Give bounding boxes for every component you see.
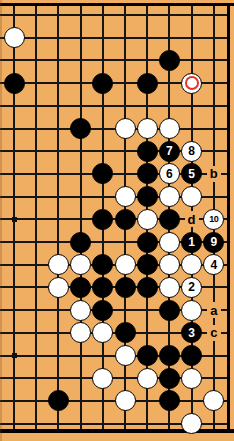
white-stone — [159, 254, 180, 275]
white-stone — [203, 390, 224, 411]
move-number-3: 3 — [188, 327, 195, 339]
black-stone — [137, 232, 158, 253]
white-stone — [92, 368, 113, 389]
white-stone — [137, 118, 158, 139]
move-number-8: 8 — [188, 145, 195, 157]
black-stone — [48, 390, 69, 411]
board-edge-right — [227, 3, 230, 433]
move-number-2: 2 — [188, 281, 195, 293]
black-stone — [137, 163, 158, 184]
move-number-5: 5 — [188, 168, 195, 180]
black-stone — [92, 73, 113, 94]
white-stone — [159, 118, 180, 139]
white-stone — [115, 186, 136, 207]
black-stone — [159, 368, 180, 389]
black-stone: 9 — [203, 232, 224, 253]
black-stone — [92, 163, 113, 184]
move-number-7: 7 — [166, 145, 173, 157]
black-stone — [159, 390, 180, 411]
black-stone — [137, 254, 158, 275]
black-stone — [159, 345, 180, 366]
black-stone: 3 — [181, 322, 202, 343]
white-stone — [159, 232, 180, 253]
board-letter-b: b — [207, 166, 221, 182]
black-stone — [159, 209, 180, 230]
white-stone — [159, 277, 180, 298]
move-number-6: 6 — [166, 168, 173, 180]
black-stone — [137, 277, 158, 298]
black-stone: 1 — [181, 232, 202, 253]
white-stone: 8 — [181, 141, 202, 162]
board-cut-left-shade — [0, 0, 2, 441]
black-stone — [159, 50, 180, 71]
white-stone — [115, 254, 136, 275]
move-number-4: 4 — [210, 259, 217, 271]
black-stone — [92, 209, 113, 230]
black-stone — [92, 254, 113, 275]
black-stone — [115, 322, 136, 343]
white-stone — [115, 390, 136, 411]
white-stone — [115, 345, 136, 366]
black-stone — [115, 209, 136, 230]
star-point — [12, 353, 17, 358]
move-number-1: 1 — [188, 236, 195, 248]
black-stone — [137, 186, 158, 207]
white-stone — [48, 254, 69, 275]
black-stone: 5 — [181, 163, 202, 184]
white-stone — [70, 322, 91, 343]
black-stone — [159, 300, 180, 321]
white-stone — [181, 368, 202, 389]
white-stone — [70, 254, 91, 275]
black-stone — [137, 141, 158, 162]
black-stone — [137, 73, 158, 94]
black-stone — [92, 300, 113, 321]
white-stone — [48, 277, 69, 298]
white-stone — [181, 300, 202, 321]
white-stone — [159, 186, 180, 207]
star-point — [12, 217, 17, 222]
white-stone — [137, 209, 158, 230]
white-stone — [181, 186, 202, 207]
black-stone — [70, 277, 91, 298]
white-stone: 6 — [159, 163, 180, 184]
white-stone: 10 — [203, 209, 224, 230]
white-stone — [4, 27, 25, 48]
white-stone: 4 — [203, 254, 224, 275]
go-board-diagram: bdac78651019423 — [0, 0, 234, 441]
move-number-9: 9 — [210, 236, 217, 248]
white-stone — [181, 254, 202, 275]
move-number-10: 10 — [209, 215, 218, 224]
board-letter-d: d — [185, 211, 199, 227]
white-stone — [137, 368, 158, 389]
red-circle-marker — [185, 76, 199, 90]
white-stone: 2 — [181, 277, 202, 298]
white-stone — [181, 73, 202, 94]
vertical-grid-line — [57, 5, 59, 430]
black-stone — [70, 232, 91, 253]
board-edge-top — [0, 3, 234, 6]
black-stone — [92, 277, 113, 298]
black-stone — [115, 277, 136, 298]
vertical-grid-line — [35, 5, 37, 430]
board-letter-c: c — [207, 325, 221, 341]
black-stone — [137, 345, 158, 366]
white-stone — [70, 300, 91, 321]
board-letter-a: a — [207, 302, 221, 318]
black-stone — [4, 73, 25, 94]
white-stone — [92, 322, 113, 343]
vertical-grid-line — [80, 5, 82, 430]
black-stone — [181, 345, 202, 366]
black-stone — [70, 118, 91, 139]
black-stone: 7 — [159, 141, 180, 162]
white-stone — [115, 118, 136, 139]
